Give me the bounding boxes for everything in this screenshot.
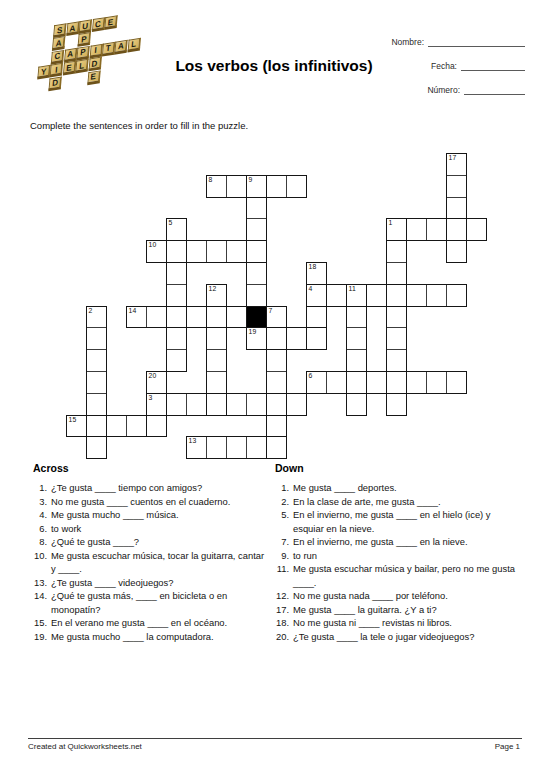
clue-item: 1.¿Te gusta ____ tiempo con amigos? [32,481,271,495]
grid-cell[interactable] [426,284,447,307]
grid-cell[interactable] [166,262,187,285]
clue-text: ¿Te gusta ____ videojuegos? [51,576,271,590]
grid-cell-number: 2 [89,307,93,315]
grid-cell-number: 7 [269,307,273,315]
clue-text: to run [293,549,517,563]
clue-number: 15. [32,616,47,630]
grid-cell[interactable]: 8 [206,175,227,198]
grid-cell[interactable]: 3 [146,393,167,416]
down-clue-list: 1.Me gusta ____ deportes.2.En la clase d… [274,481,517,643]
black-cell [246,306,267,328]
grid-cell[interactable] [426,371,447,394]
clue-number: 1. [274,481,289,495]
clue-item: 3.No me gusta ____ cuentos en el cuadern… [32,495,271,509]
grid-cell[interactable] [106,415,127,437]
grid-cell[interactable] [146,415,167,437]
clue-number: 1. [32,481,47,495]
grid-cell-number: 9 [249,176,253,184]
footer-page-number: Page 1 [495,742,520,751]
clue-number: 10. [32,549,47,576]
grid-cell[interactable] [346,306,367,328]
clue-number: 3. [32,495,47,509]
clue-item: 10.Me gusta escuchar música, tocar la gu… [32,549,271,576]
clue-number: 19. [32,630,47,644]
clue-text: Me gusta escuchar música, tocar la guita… [51,549,271,576]
grid-cell[interactable] [166,306,187,328]
logo-tile: A [115,40,128,55]
number-field-line[interactable] [464,84,525,95]
grid-cell[interactable] [326,284,347,307]
grid-cell[interactable]: 19 [246,327,267,350]
grid-cell-number: 4 [309,285,313,293]
grid-cell[interactable] [206,349,227,372]
grid-cell[interactable] [226,240,247,263]
grid-cell[interactable] [226,393,247,416]
grid-cell[interactable] [346,349,367,372]
grid-cell[interactable] [226,436,247,459]
logo-tile: A [66,21,79,36]
grid-cell[interactable]: 13 [186,436,207,459]
clue-text: Me gusta mucho ____ música. [51,508,271,522]
clue-text: En el invierno, me gusta ____ en el hiel… [293,508,517,535]
grid-cell[interactable] [406,218,427,241]
grid-cell[interactable] [346,371,367,394]
grid-cell[interactable] [266,175,287,198]
grid-cell[interactable] [306,327,327,350]
grid-cell[interactable] [246,240,267,263]
clue-text: No me gusta ____ cuentos en el cuaderno. [51,495,271,509]
grid-cell[interactable]: 4 [306,284,327,307]
grid-cell[interactable]: 7 [266,306,287,328]
grid-cell[interactable] [226,175,247,198]
down-heading: Down [275,462,517,474]
clue-number: 9. [274,549,289,563]
grid-cell[interactable] [246,262,267,285]
clue-item: 2.En la clase de arte, me gusta ____. [274,495,517,509]
instruction-text: Complete the sentences in order to fill … [30,120,248,131]
grid-cell[interactable] [166,284,187,307]
grid-cell[interactable] [446,197,467,219]
grid-cell[interactable] [386,327,407,350]
clue-number: 2. [274,495,289,509]
grid-cell[interactable] [166,240,187,263]
grid-cell[interactable] [266,371,287,394]
grid-cell[interactable]: 15 [66,415,87,437]
grid-cell[interactable] [266,349,287,372]
footer-credit: Created at Quickworksheets.net [28,742,142,751]
grid-cell[interactable]: 6 [306,371,327,394]
grid-cell[interactable] [266,415,287,437]
clue-item: 19.Me gusta mucho ____ la computadora. [32,630,271,644]
logo-tile: T [102,42,115,57]
grid-cell-number: 13 [189,437,197,445]
grid-cell[interactable] [406,284,427,307]
grid-cell[interactable]: 10 [146,240,167,263]
grid-cell[interactable] [466,218,487,241]
down-clues: Down 1.Me gusta ____ deportes.2.En la cl… [274,462,517,643]
grid-cell-number: 19 [249,328,257,336]
logo-tile: E [104,15,117,30]
grid-cell-number: 1 [389,219,393,227]
grid-cell[interactable] [386,371,407,394]
grid-cell[interactable] [166,349,187,372]
grid-cell[interactable] [86,327,107,350]
grid-cell[interactable] [386,349,407,372]
grid-cell[interactable] [286,393,307,416]
date-field-line[interactable] [461,60,525,71]
grid-cell[interactable] [186,240,207,263]
grid-cell[interactable] [446,175,467,198]
grid-cell[interactable] [86,436,107,459]
date-field-label: Fecha: [431,61,457,71]
grid-cell[interactable] [386,240,407,263]
clue-number: 4. [32,508,47,522]
header-fields: Nombre: Fecha: Número: [391,36,525,108]
grid-cell[interactable] [226,306,247,328]
name-field-line[interactable] [428,36,525,47]
grid-cell[interactable] [386,262,407,285]
grid-cell-number: 14 [129,307,137,315]
clue-number: 11. [274,562,289,589]
grid-cell[interactable] [246,197,267,219]
clue-text: En el invierno, me gusta ____ en la niev… [293,535,517,549]
grid-cell[interactable] [326,371,347,394]
clue-text: En el verano me gusta ____ en el océano. [51,616,271,630]
clue-item: 11.Me gusta escuchar música y bailar, pe… [274,562,517,589]
number-field: Número: [391,84,525,95]
clue-number: 6. [32,522,47,536]
grid-cell[interactable] [306,306,327,328]
grid-cell[interactable]: 9 [246,175,267,198]
clue-text: ¿Te gusta ____ la tele o jugar videojueg… [293,630,517,644]
grid-cell[interactable] [206,306,227,328]
grid-cell[interactable] [166,327,187,350]
grid-cell[interactable] [206,393,227,416]
grid-cell[interactable]: 5 [166,218,187,241]
grid-cell-number: 8 [209,176,213,184]
grid-cell[interactable]: 20 [146,371,167,394]
clue-number: 7. [274,535,289,549]
grid-cell[interactable] [246,436,267,459]
grid-cell-number: 17 [449,154,457,162]
clue-text: ¿Qué te gusta más, ____ en bicicleta o e… [51,589,271,616]
clue-text: No me gusta nada ____ por teléfono. [293,589,517,603]
clue-item: 9.to run [274,549,517,563]
clue-item: 13.¿Te gusta ____ videojuegos? [32,576,271,590]
crossword-grid: 17895110181241121471920631513 [66,153,488,459]
clue-item: 12.No me gusta nada ____ por teléfono. [274,589,517,603]
date-field: Fecha: [391,60,525,71]
grid-cell[interactable] [266,327,287,350]
clue-item: 17.Me gusta ____ la guitarra. ¿Y a ti? [274,603,517,617]
clue-number: 14. [32,589,47,616]
grid-cell[interactable] [446,218,467,241]
grid-cell-number: 3 [149,394,153,402]
grid-cell[interactable]: 11 [346,284,367,307]
grid-cell-number: 11 [349,285,357,293]
grid-cell[interactable] [446,284,467,307]
across-clue-list: 1.¿Te gusta ____ tiempo con amigos?3.No … [32,481,271,643]
clue-item: 1.Me gusta ____ deportes. [274,481,517,495]
grid-cell[interactable] [446,371,467,394]
clue-text: Me gusta escuchar música y bailar, pero … [293,562,517,589]
grid-cell[interactable] [346,393,367,416]
grid-cell[interactable] [246,393,267,416]
grid-cell[interactable] [86,371,107,394]
clue-item: 18.No me gusta ni ____ revistas ni libro… [274,616,517,630]
grid-cell[interactable]: 18 [306,262,327,285]
logo-tile: D [49,76,62,91]
number-field-label: Número: [427,85,460,95]
grid-cell[interactable] [206,327,227,350]
clue-text: ¿Qué te gusta ____? [51,535,271,549]
clue-text: ¿Te gusta ____ tiempo con amigos? [51,481,271,495]
grid-cell[interactable] [86,349,107,372]
grid-cell-number: 18 [309,263,317,271]
footer-rule [28,738,522,739]
grid-cell[interactable]: 1 [386,218,407,241]
worksheet-page: { "game": "crossword", "title": "Los ver… [0,0,548,776]
grid-cell[interactable] [206,371,227,394]
grid-cell[interactable] [246,284,267,307]
clue-item: 5.En el invierno, me gusta ____ en el hi… [274,508,517,535]
clue-number: 17. [274,603,289,617]
grid-cell[interactable]: 12 [206,284,227,307]
across-clues: Across 1.¿Te gusta ____ tiempo con amigo… [32,462,271,643]
grid-cell-number: 10 [149,241,157,249]
grid-cell[interactable]: 17 [446,153,467,176]
clue-text: to work [51,522,271,536]
grid-cell[interactable] [186,393,207,416]
grid-cell[interactable] [426,218,447,241]
grid-cell-number: 5 [169,219,173,227]
clue-number: 18. [274,616,289,630]
grid-cell[interactable] [266,393,287,416]
grid-cell[interactable] [386,306,407,328]
grid-cell[interactable] [366,371,387,394]
grid-cell[interactable] [86,415,107,437]
clue-text: No me gusta ni ____ revistas ni libros. [293,616,517,630]
logo-tile: C [92,17,105,32]
grid-cell[interactable] [266,436,287,459]
across-heading: Across [33,462,271,474]
grid-cell[interactable]: 2 [86,306,107,328]
clue-item: 4.Me gusta mucho ____ música. [32,508,271,522]
grid-cell[interactable] [386,393,407,416]
grid-cell-number: 15 [69,416,77,424]
grid-cell-number: 12 [209,285,217,293]
grid-cell[interactable] [206,436,227,459]
grid-cell[interactable] [206,240,227,263]
grid-cell[interactable] [246,218,267,241]
grid-cell[interactable] [166,393,187,416]
grid-cell[interactable] [406,371,427,394]
clue-number: 13. [32,576,47,590]
grid-cell[interactable] [86,393,107,416]
clue-number: 5. [274,508,289,535]
clue-number: 12. [274,589,289,603]
clue-text: Me gusta mucho ____ la computadora. [51,630,271,644]
clue-text: Me gusta ____ la guitarra. ¿Y a ti? [293,603,517,617]
clue-item: 14.¿Qué te gusta más, ____ en bicicleta … [32,589,271,616]
clue-item: 8.¿Qué te gusta ____? [32,535,271,549]
grid-cell[interactable] [186,306,207,328]
clue-number: 8. [32,535,47,549]
grid-cell[interactable] [446,240,467,263]
clue-item: 7.En el invierno, me gusta ____ en la ni… [274,535,517,549]
logo-tile: L [127,38,140,53]
grid-cell[interactable] [146,306,167,328]
clue-number: 20. [274,630,289,644]
grid-cell[interactable] [286,327,307,350]
grid-cell[interactable] [126,415,147,437]
name-field-label: Nombre: [391,37,424,47]
clue-text: Me gusta ____ deportes. [293,481,517,495]
clue-item: 15.En el verano me gusta ____ en el océa… [32,616,271,630]
grid-cell[interactable] [366,284,387,307]
grid-cell-number: 20 [149,372,157,380]
grid-cell[interactable] [346,327,367,350]
name-field: Nombre: [391,36,525,47]
grid-cell[interactable]: 14 [126,306,147,328]
clue-text: En la clase de arte, me gusta ____. [293,495,517,509]
clue-item: 6.to work [32,522,271,536]
grid-cell[interactable] [286,175,307,198]
clue-item: 20.¿Te gusta ____ la tele o jugar videoj… [274,630,517,644]
grid-cell-number: 6 [309,372,313,380]
grid-cell[interactable] [386,284,407,307]
